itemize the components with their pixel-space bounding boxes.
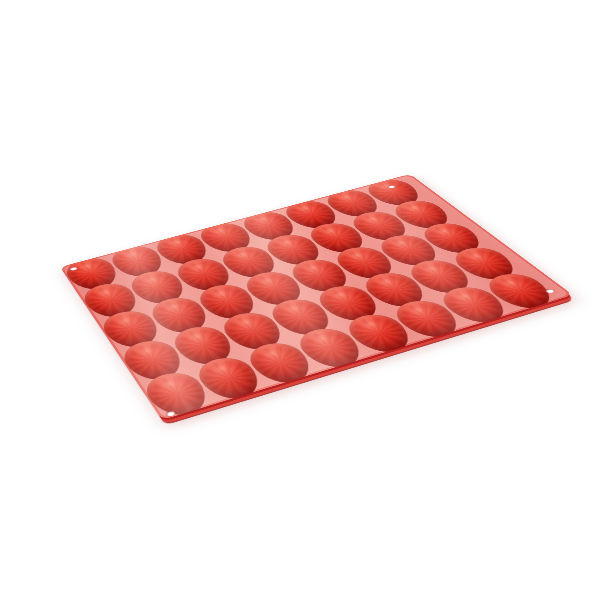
baking-mold	[60, 174, 573, 420]
product-photo	[0, 0, 600, 600]
